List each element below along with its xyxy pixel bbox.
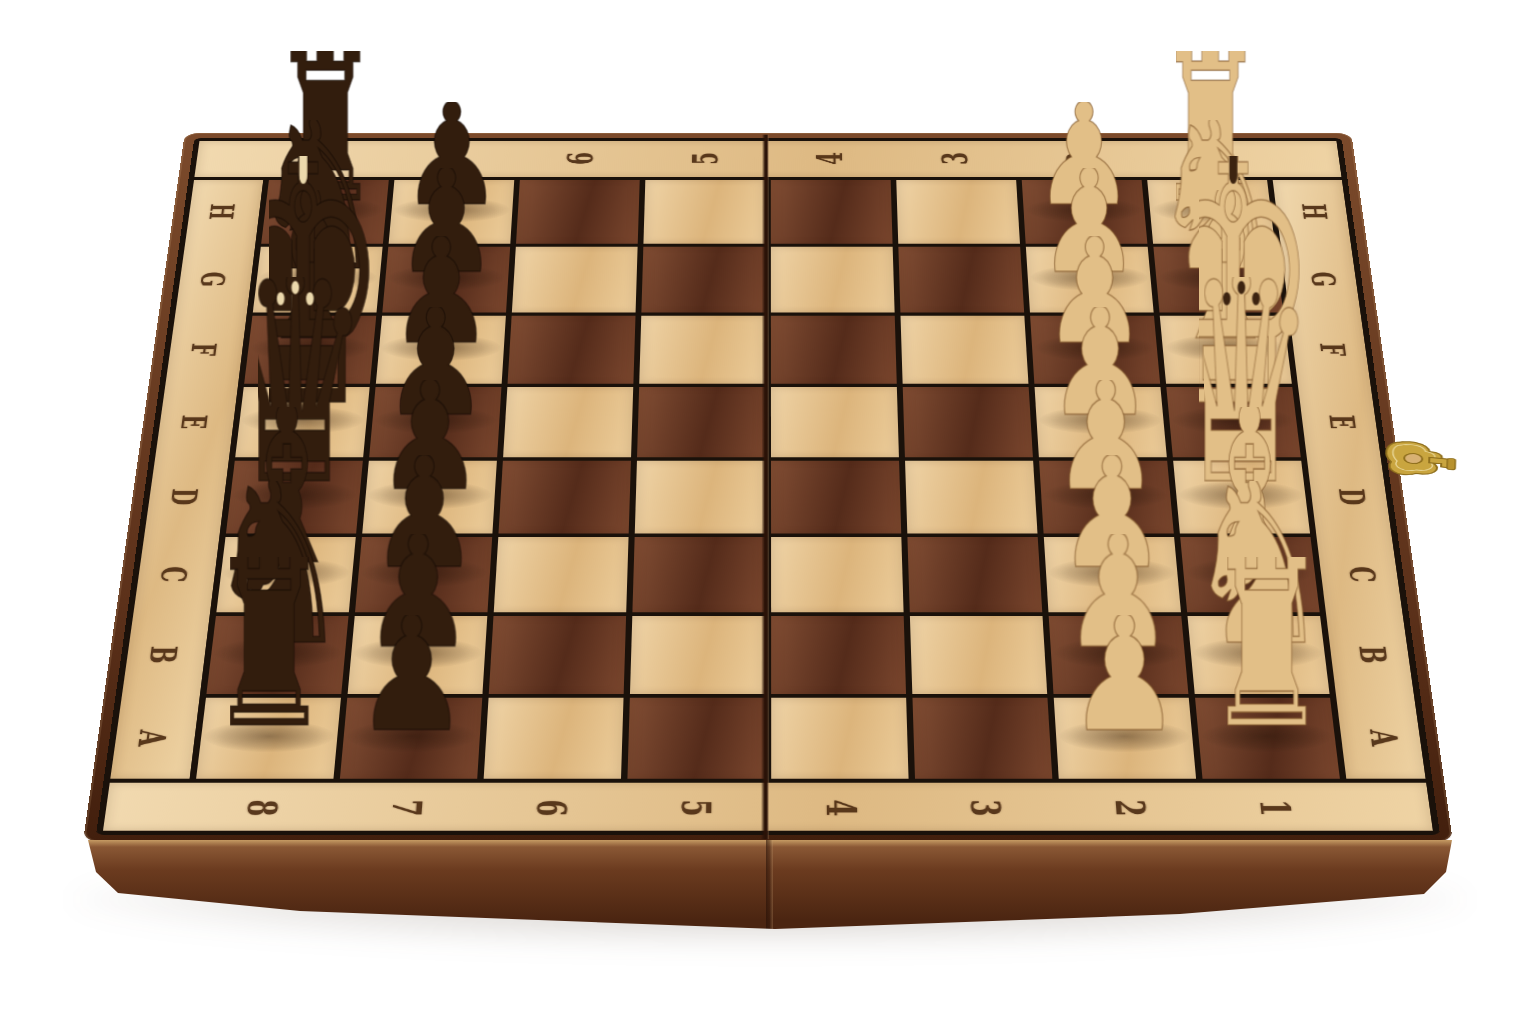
square-b5 bbox=[630, 616, 765, 694]
rank-label-far-3: 3 bbox=[938, 152, 973, 164]
square-f4 bbox=[771, 316, 897, 384]
square-d4 bbox=[771, 461, 901, 534]
square-g3 bbox=[898, 247, 1024, 313]
square-b3 bbox=[910, 616, 1047, 694]
chess-set-photo: HHGGFFEEDDCCBBAA8877665544332211♜♟♟♜♞♟♟♞… bbox=[0, 0, 1536, 1024]
square-b4 bbox=[771, 616, 906, 694]
square-b6 bbox=[489, 616, 626, 694]
square-h4 bbox=[771, 180, 893, 244]
box-face-seam bbox=[766, 840, 773, 935]
square-f3 bbox=[901, 316, 1029, 384]
square-a3 bbox=[912, 698, 1052, 779]
rank-label-far-6: 6 bbox=[563, 152, 598, 164]
square-d6 bbox=[498, 461, 630, 534]
square-c6 bbox=[494, 537, 629, 612]
file-label-left-f: F bbox=[186, 343, 221, 356]
rank-label-near-4: 4 bbox=[820, 800, 860, 817]
chess-piece-glyph: ♟ bbox=[1067, 610, 1181, 738]
white-rook-a1: ♜ bbox=[1227, 557, 1306, 738]
square-c3 bbox=[907, 537, 1042, 612]
file-label-right-a: A bbox=[1365, 730, 1403, 747]
file-label-left-a: A bbox=[133, 730, 171, 747]
chess-piece-glyph: ♟ bbox=[354, 610, 468, 738]
crown-topper bbox=[291, 281, 299, 294]
square-a4 bbox=[771, 698, 908, 779]
rank-label-near-2: 2 bbox=[1109, 800, 1150, 817]
square-h6 bbox=[516, 180, 640, 244]
square-c4 bbox=[771, 537, 904, 612]
rank-label-far-5: 5 bbox=[688, 152, 723, 164]
square-d5 bbox=[635, 461, 765, 534]
rank-label-near-3: 3 bbox=[965, 800, 1006, 817]
square-h3 bbox=[896, 180, 1020, 244]
chess-piece-glyph: ♜ bbox=[1205, 546, 1329, 737]
square-e4 bbox=[771, 387, 899, 457]
square-e6 bbox=[503, 387, 633, 457]
black-pawn-a7: ♟ bbox=[357, 615, 466, 738]
square-a5 bbox=[627, 698, 764, 779]
brass-clasp bbox=[1382, 438, 1460, 494]
rank-label-near-8: 8 bbox=[241, 800, 283, 817]
square-a6 bbox=[484, 698, 624, 779]
crown-topper bbox=[299, 130, 306, 184]
chess-piece-glyph: ♜ bbox=[207, 546, 331, 737]
rank-label-near-7: 7 bbox=[386, 800, 427, 817]
square-c5 bbox=[632, 537, 765, 612]
white-pawn-a2: ♟ bbox=[1070, 615, 1179, 738]
rank-label-near-5: 5 bbox=[676, 800, 716, 817]
square-e5 bbox=[637, 387, 765, 457]
rank-label-far-4: 4 bbox=[813, 152, 848, 164]
square-h5 bbox=[643, 180, 765, 244]
square-e3 bbox=[903, 387, 1033, 457]
rank-label-near-1: 1 bbox=[1253, 800, 1295, 817]
chess-board: HHGGFFEEDDCCBBAA8877665544332211♜♟♟♜♞♟♟♞… bbox=[83, 133, 1453, 842]
square-d3 bbox=[905, 461, 1037, 534]
black-rook-a8: ♜ bbox=[230, 557, 309, 738]
square-f6 bbox=[508, 316, 636, 384]
square-g5 bbox=[641, 247, 765, 313]
file-label-right-f: F bbox=[1315, 343, 1350, 356]
crown-topper bbox=[1230, 130, 1237, 184]
square-f5 bbox=[639, 316, 765, 384]
crown-topper bbox=[1237, 281, 1245, 294]
file-label-left-e: E bbox=[176, 415, 212, 429]
rank-label-near-6: 6 bbox=[531, 800, 572, 817]
file-label-right-e: E bbox=[1324, 415, 1360, 429]
square-g4 bbox=[771, 247, 895, 313]
square-g6 bbox=[512, 247, 638, 313]
